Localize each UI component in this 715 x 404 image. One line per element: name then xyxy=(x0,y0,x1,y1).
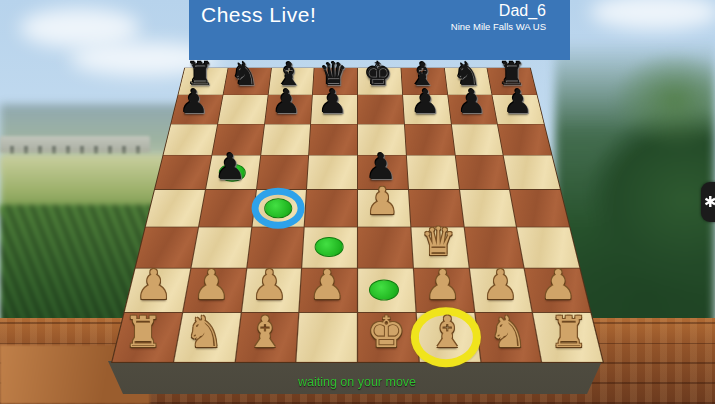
square-f4[interactable] xyxy=(408,189,462,226)
side-drawer-handle[interactable]: ✱ xyxy=(701,182,715,222)
square-c7[interactable] xyxy=(264,95,312,123)
square-f7[interactable] xyxy=(402,95,450,123)
square-h8[interactable] xyxy=(487,68,536,94)
square-d8[interactable] xyxy=(313,68,357,94)
square-b6[interactable] xyxy=(212,124,263,155)
square-a1[interactable] xyxy=(112,313,181,362)
square-e4[interactable] xyxy=(358,189,410,226)
square-e5[interactable] xyxy=(357,155,407,189)
square-f2[interactable] xyxy=(413,268,473,312)
square-d2[interactable] xyxy=(299,268,356,312)
legal-move-dot-e2[interactable] xyxy=(369,279,399,300)
square-g7[interactable] xyxy=(447,95,496,123)
square-d4[interactable] xyxy=(304,189,356,226)
square-c6[interactable] xyxy=(260,124,310,155)
square-c1[interactable] xyxy=(235,313,298,362)
square-d7[interactable] xyxy=(311,95,357,123)
square-c8[interactable] xyxy=(268,68,314,94)
square-c2[interactable] xyxy=(241,268,301,312)
square-h2[interactable] xyxy=(524,268,589,312)
square-e7[interactable] xyxy=(357,95,403,123)
square-h7[interactable] xyxy=(492,95,543,123)
square-b8[interactable] xyxy=(223,68,270,94)
square-e6[interactable] xyxy=(357,124,405,155)
square-a7[interactable] xyxy=(171,95,222,123)
square-e3[interactable] xyxy=(358,227,412,267)
square-a3[interactable] xyxy=(135,227,197,267)
square-g8[interactable] xyxy=(444,68,491,94)
square-g1[interactable] xyxy=(474,313,540,362)
square-g3[interactable] xyxy=(464,227,523,267)
square-b1[interactable] xyxy=(173,313,239,362)
square-h4[interactable] xyxy=(510,189,569,226)
square-f8[interactable] xyxy=(401,68,447,94)
square-g5[interactable] xyxy=(455,155,509,189)
chess-board[interactable] xyxy=(110,67,603,362)
square-f3[interactable] xyxy=(411,227,468,267)
square-d6[interactable] xyxy=(309,124,357,155)
square-b2[interactable] xyxy=(183,268,246,312)
legal-move-dot-b5[interactable] xyxy=(219,163,245,182)
square-c5[interactable] xyxy=(256,155,308,189)
square-g6[interactable] xyxy=(451,124,502,155)
square-d1[interactable] xyxy=(296,313,356,362)
square-e1[interactable] xyxy=(358,313,418,362)
square-b3[interactable] xyxy=(191,227,250,267)
asterisk-icon: ✱ xyxy=(704,193,715,211)
legal-move-dot-c4[interactable] xyxy=(265,199,293,218)
square-g4[interactable] xyxy=(459,189,516,226)
legal-move-dot-d3[interactable] xyxy=(315,237,344,257)
square-b7[interactable] xyxy=(217,95,266,123)
square-h6[interactable] xyxy=(498,124,551,155)
square-c3[interactable] xyxy=(246,227,303,267)
square-f6[interactable] xyxy=(404,124,454,155)
square-a4[interactable] xyxy=(145,189,204,226)
status-message: waiting on your move xyxy=(252,375,462,389)
square-e8[interactable] xyxy=(357,68,401,94)
square-f1[interactable] xyxy=(416,313,479,362)
square-h3[interactable] xyxy=(517,227,579,267)
square-g2[interactable] xyxy=(469,268,532,312)
square-a8[interactable] xyxy=(178,68,227,94)
square-a2[interactable] xyxy=(124,268,189,312)
square-h1[interactable] xyxy=(533,313,602,362)
square-d5[interactable] xyxy=(307,155,357,189)
square-a5[interactable] xyxy=(155,155,211,189)
square-f5[interactable] xyxy=(406,155,458,189)
square-a6[interactable] xyxy=(163,124,216,155)
square-b4[interactable] xyxy=(198,189,255,226)
square-h5[interactable] xyxy=(503,155,559,189)
